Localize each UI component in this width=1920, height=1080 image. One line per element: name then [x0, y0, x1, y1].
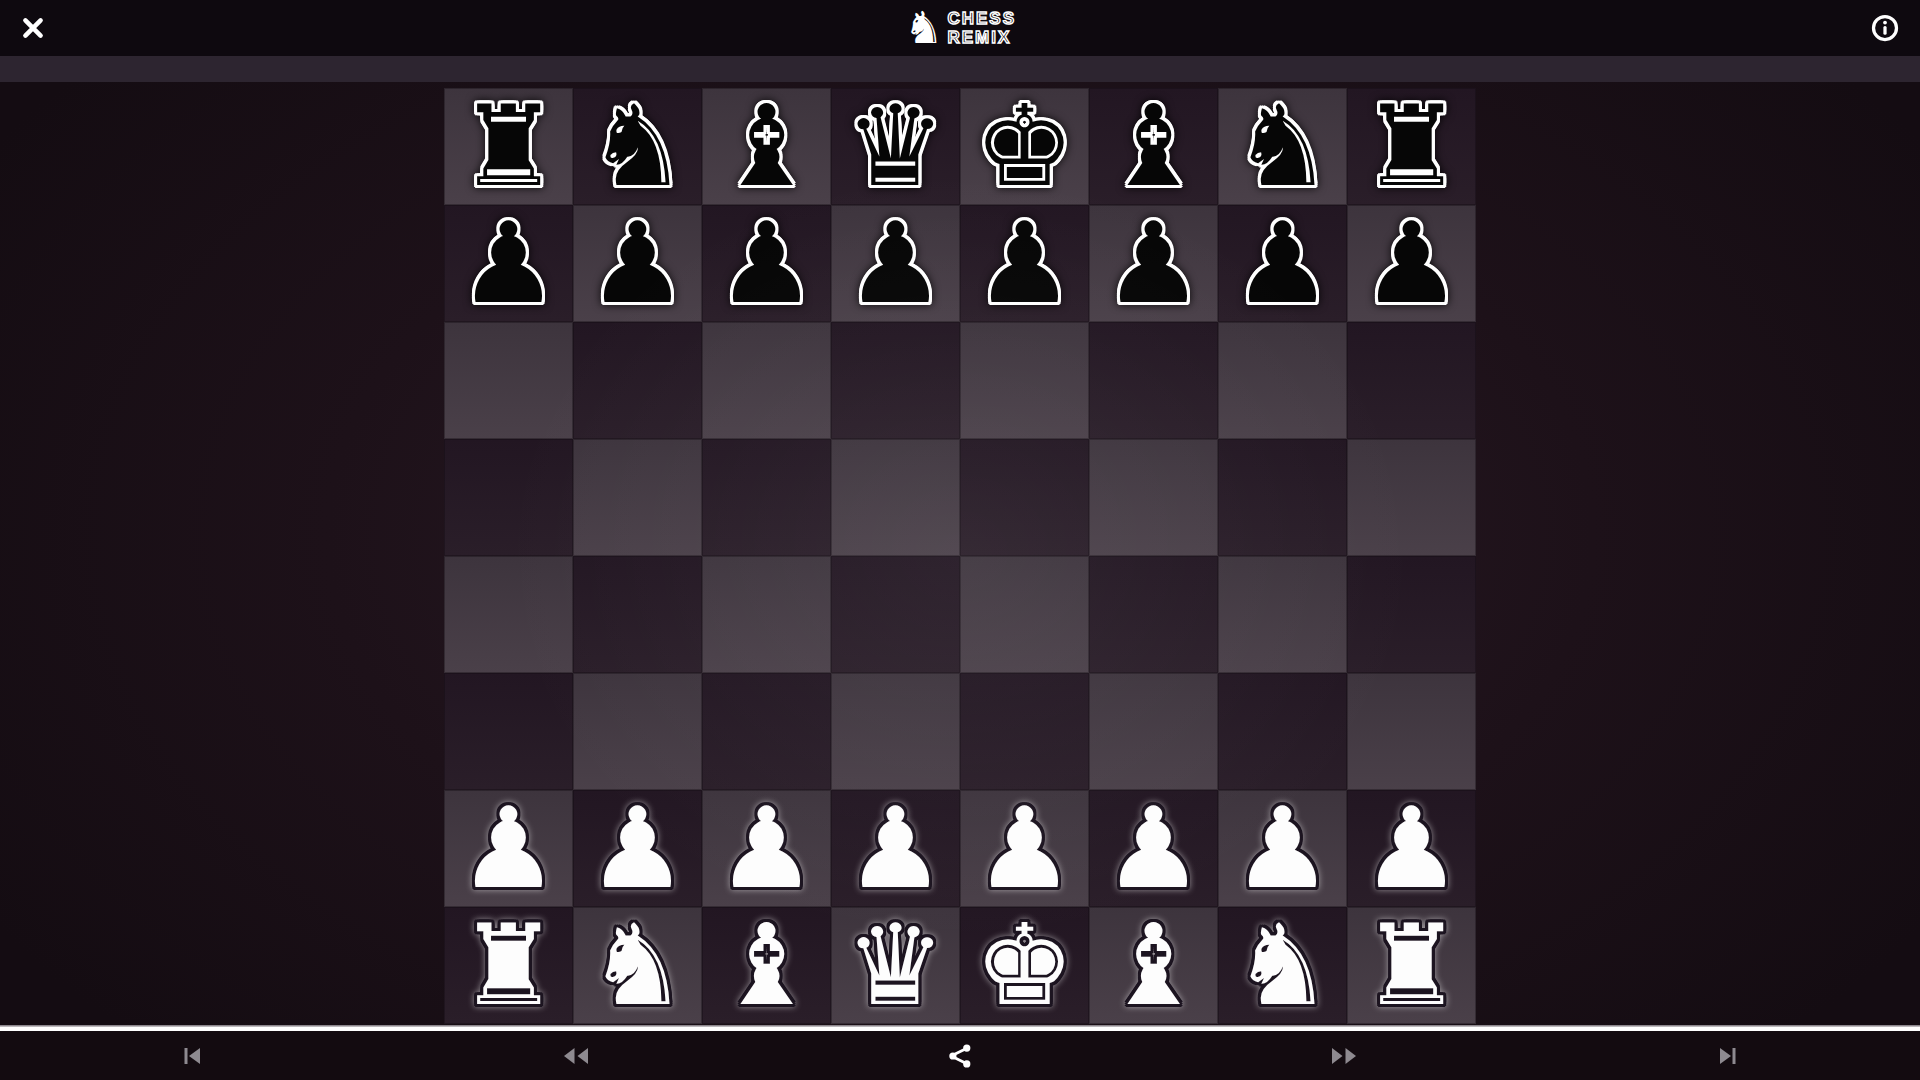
- square-d6[interactable]: [831, 322, 960, 439]
- white-rook: ♜: [1361, 907, 1461, 1024]
- play-area: ♜♞♝♛♚♝♞♜♟♟♟♟♟♟♟♟♟♟♟♟♟♟♟♟♜♞♝♛♚♝♞♜: [0, 82, 1920, 1026]
- white-pawn: ♟: [587, 790, 687, 907]
- square-c2[interactable]: ♟: [702, 790, 831, 907]
- square-b1[interactable]: ♞: [573, 907, 702, 1024]
- square-g4[interactable]: [1218, 556, 1347, 673]
- square-b5[interactable]: [573, 439, 702, 556]
- square-d7[interactable]: ♟: [831, 205, 960, 322]
- rewind-button[interactable]: [554, 1036, 598, 1076]
- square-g2[interactable]: ♟: [1218, 790, 1347, 907]
- black-bishop: ♝: [1103, 88, 1203, 205]
- square-d8[interactable]: ♛: [831, 88, 960, 205]
- white-pawn: ♟: [1103, 790, 1203, 907]
- square-d4[interactable]: [831, 556, 960, 673]
- skip-to-end-icon: [1716, 1044, 1740, 1068]
- logo-title-line2: REMIX: [947, 28, 1016, 47]
- white-pawn: ♟: [1232, 790, 1332, 907]
- black-knight: ♞: [1232, 88, 1332, 205]
- close-icon: [20, 15, 46, 41]
- black-rook: ♜: [1361, 88, 1461, 205]
- square-e7[interactable]: ♟: [960, 205, 1089, 322]
- square-c4[interactable]: [702, 556, 831, 673]
- white-king: ♚: [974, 907, 1074, 1024]
- square-c8[interactable]: ♝: [702, 88, 831, 205]
- white-bishop: ♝: [716, 907, 816, 1024]
- app-logo: ♞ CHESS REMIX: [904, 2, 1016, 54]
- skip-to-start-button[interactable]: [170, 1036, 214, 1076]
- info-icon: [1870, 13, 1900, 43]
- square-b2[interactable]: ♟: [573, 790, 702, 907]
- app-window: ♞ CHESS REMIX ♜♞♝♛♚♝♞♜♟♟♟♟♟♟♟♟♟♟♟♟♟♟♟♟♜♞…: [0, 0, 1920, 1080]
- square-b8[interactable]: ♞: [573, 88, 702, 205]
- square-f8[interactable]: ♝: [1089, 88, 1218, 205]
- white-rook: ♜: [458, 907, 558, 1024]
- square-h7[interactable]: ♟: [1347, 205, 1476, 322]
- white-pawn: ♟: [845, 790, 945, 907]
- black-pawn: ♟: [1361, 205, 1461, 322]
- bottom-toolbar: [0, 1031, 1920, 1080]
- white-pawn: ♟: [974, 790, 1074, 907]
- square-d3[interactable]: [831, 673, 960, 790]
- black-knight: ♞: [587, 88, 687, 205]
- white-pawn: ♟: [716, 790, 816, 907]
- square-e3[interactable]: [960, 673, 1089, 790]
- white-bishop: ♝: [1103, 907, 1203, 1024]
- black-pawn: ♟: [716, 205, 816, 322]
- square-h5[interactable]: [1347, 439, 1476, 556]
- square-e8[interactable]: ♚: [960, 88, 1089, 205]
- logo-text: CHESS REMIX: [947, 9, 1016, 47]
- square-a5[interactable]: [444, 439, 573, 556]
- square-e2[interactable]: ♟: [960, 790, 1089, 907]
- square-e6[interactable]: [960, 322, 1089, 439]
- black-king: ♚: [974, 88, 1074, 205]
- square-b6[interactable]: [573, 322, 702, 439]
- square-c1[interactable]: ♝: [702, 907, 831, 1024]
- black-bishop: ♝: [716, 88, 816, 205]
- square-f6[interactable]: [1089, 322, 1218, 439]
- square-d2[interactable]: ♟: [831, 790, 960, 907]
- white-knight: ♞: [1232, 907, 1332, 1024]
- square-e5[interactable]: [960, 439, 1089, 556]
- black-pawn: ♟: [1103, 205, 1203, 322]
- logo-title-line1: CHESS: [947, 9, 1016, 28]
- share-icon: [946, 1042, 974, 1070]
- square-f2[interactable]: ♟: [1089, 790, 1218, 907]
- black-rook: ♜: [458, 88, 558, 205]
- fast-forward-icon: [1329, 1044, 1359, 1068]
- square-e1[interactable]: ♚: [960, 907, 1089, 1024]
- square-d5[interactable]: [831, 439, 960, 556]
- square-a7[interactable]: ♟: [444, 205, 573, 322]
- skip-to-start-icon: [180, 1044, 204, 1068]
- rewind-icon: [561, 1044, 591, 1068]
- share-button[interactable]: [938, 1036, 982, 1076]
- skip-to-end-button[interactable]: [1706, 1036, 1750, 1076]
- square-g8[interactable]: ♞: [1218, 88, 1347, 205]
- square-g3[interactable]: [1218, 673, 1347, 790]
- square-c6[interactable]: [702, 322, 831, 439]
- square-g7[interactable]: ♟: [1218, 205, 1347, 322]
- top-bar: ♞ CHESS REMIX: [0, 0, 1920, 56]
- white-pawn: ♟: [458, 790, 558, 907]
- square-h3[interactable]: [1347, 673, 1476, 790]
- square-f3[interactable]: [1089, 673, 1218, 790]
- square-e4[interactable]: [960, 556, 1089, 673]
- square-c7[interactable]: ♟: [702, 205, 831, 322]
- square-f4[interactable]: [1089, 556, 1218, 673]
- square-f1[interactable]: ♝: [1089, 907, 1218, 1024]
- close-button[interactable]: [16, 11, 50, 45]
- square-d1[interactable]: ♛: [831, 907, 960, 1024]
- square-h4[interactable]: [1347, 556, 1476, 673]
- black-pawn: ♟: [458, 205, 558, 322]
- square-h8[interactable]: ♜: [1347, 88, 1476, 205]
- square-b4[interactable]: [573, 556, 702, 673]
- square-c3[interactable]: [702, 673, 831, 790]
- square-a4[interactable]: [444, 556, 573, 673]
- white-pawn: ♟: [1361, 790, 1461, 907]
- fast-forward-button[interactable]: [1322, 1036, 1366, 1076]
- square-g5[interactable]: [1218, 439, 1347, 556]
- white-queen: ♛: [845, 907, 945, 1024]
- header-strip: [0, 56, 1920, 82]
- square-g6[interactable]: [1218, 322, 1347, 439]
- chess-board: ♜♞♝♛♚♝♞♜♟♟♟♟♟♟♟♟♟♟♟♟♟♟♟♟♜♞♝♛♚♝♞♜: [444, 88, 1476, 1024]
- info-button[interactable]: [1866, 9, 1904, 47]
- square-a1[interactable]: ♜: [444, 907, 573, 1024]
- white-knight: ♞: [587, 907, 687, 1024]
- square-g1[interactable]: ♞: [1218, 907, 1347, 1024]
- square-h1[interactable]: ♜: [1347, 907, 1476, 1024]
- black-pawn: ♟: [587, 205, 687, 322]
- black-pawn: ♟: [1232, 205, 1332, 322]
- black-pawn: ♟: [974, 205, 1074, 322]
- square-b7[interactable]: ♟: [573, 205, 702, 322]
- square-h2[interactable]: ♟: [1347, 790, 1476, 907]
- square-b3[interactable]: [573, 673, 702, 790]
- square-a8[interactable]: ♜: [444, 88, 573, 205]
- square-f7[interactable]: ♟: [1089, 205, 1218, 322]
- black-queen: ♛: [845, 88, 945, 205]
- black-pawn: ♟: [845, 205, 945, 322]
- square-a6[interactable]: [444, 322, 573, 439]
- square-a2[interactable]: ♟: [444, 790, 573, 907]
- square-a3[interactable]: [444, 673, 573, 790]
- square-c5[interactable]: [702, 439, 831, 556]
- square-h6[interactable]: [1347, 322, 1476, 439]
- logo-knight-icon: ♞: [904, 4, 943, 52]
- square-f5[interactable]: [1089, 439, 1218, 556]
